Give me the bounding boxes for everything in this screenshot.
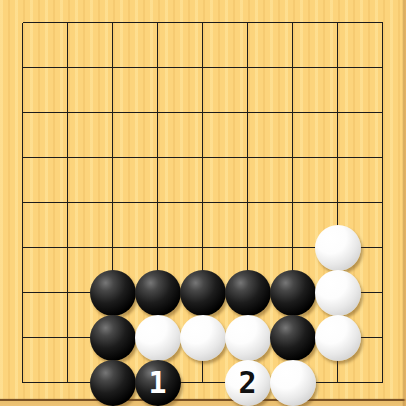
board-cell[interactable] xyxy=(135,135,180,180)
board-cell[interactable] xyxy=(135,270,180,315)
board-cell[interactable] xyxy=(90,0,135,45)
board-cell[interactable] xyxy=(180,90,225,135)
move-number-label: 2 xyxy=(238,368,256,398)
board-cell[interactable] xyxy=(135,180,180,225)
board-cell[interactable] xyxy=(360,315,405,360)
board-cell[interactable] xyxy=(180,0,225,45)
board-cell[interactable] xyxy=(45,315,90,360)
move-number-label: 1 xyxy=(148,368,166,398)
board-cell[interactable] xyxy=(0,270,45,315)
board-cell[interactable] xyxy=(45,0,90,45)
board-cell[interactable] xyxy=(180,45,225,90)
board-cell[interactable] xyxy=(270,360,315,405)
board-cell[interactable] xyxy=(315,270,360,315)
board-cell[interactable] xyxy=(45,45,90,90)
black-stone[interactable] xyxy=(135,270,181,316)
board-cell[interactable] xyxy=(180,180,225,225)
board-cell[interactable] xyxy=(45,360,90,405)
board-cell[interactable] xyxy=(45,225,90,270)
board-cell[interactable] xyxy=(315,225,360,270)
board-cell[interactable] xyxy=(180,135,225,180)
black-stone[interactable] xyxy=(270,270,316,316)
board-cell[interactable] xyxy=(315,135,360,180)
white-stone[interactable] xyxy=(270,360,316,406)
board-cell[interactable] xyxy=(0,45,45,90)
board-cell[interactable] xyxy=(360,135,405,180)
board-cell[interactable] xyxy=(90,45,135,90)
board-cell[interactable] xyxy=(225,0,270,45)
board-cell[interactable] xyxy=(315,0,360,45)
white-stone[interactable] xyxy=(225,315,271,361)
board-cell[interactable] xyxy=(90,90,135,135)
board-cell[interactable] xyxy=(270,0,315,45)
board-cell[interactable] xyxy=(360,360,405,405)
white-stone[interactable] xyxy=(180,315,226,361)
board-cell[interactable] xyxy=(315,90,360,135)
board-cell[interactable] xyxy=(45,180,90,225)
board-cell[interactable] xyxy=(180,360,225,405)
board-cell[interactable] xyxy=(135,0,180,45)
black-stone[interactable] xyxy=(90,270,136,316)
white-stone[interactable] xyxy=(315,315,361,361)
go-board-grid: 12 xyxy=(0,0,405,405)
board-cell[interactable] xyxy=(45,135,90,180)
board-cell[interactable] xyxy=(225,180,270,225)
board-cell[interactable] xyxy=(90,135,135,180)
white-stone[interactable] xyxy=(315,270,361,316)
board-cell[interactable] xyxy=(0,90,45,135)
board-cell[interactable] xyxy=(0,135,45,180)
board-cell[interactable] xyxy=(135,315,180,360)
board-cell[interactable] xyxy=(270,270,315,315)
board-cell[interactable] xyxy=(315,360,360,405)
board-cell[interactable] xyxy=(225,45,270,90)
board-cell[interactable] xyxy=(225,135,270,180)
board-cell[interactable] xyxy=(90,270,135,315)
board-cell[interactable] xyxy=(0,360,45,405)
black-stone[interactable] xyxy=(180,270,226,316)
board-cell[interactable] xyxy=(225,90,270,135)
black-stone[interactable]: 1 xyxy=(135,360,181,406)
board-cell[interactable] xyxy=(90,180,135,225)
board-cell[interactable] xyxy=(360,180,405,225)
board-cell[interactable] xyxy=(135,45,180,90)
board-cell[interactable] xyxy=(360,90,405,135)
board-cell[interactable] xyxy=(270,180,315,225)
white-stone[interactable] xyxy=(135,315,181,361)
board-cell[interactable] xyxy=(360,270,405,315)
black-stone[interactable] xyxy=(270,315,316,361)
white-stone[interactable] xyxy=(315,225,361,271)
board-cell[interactable] xyxy=(0,225,45,270)
black-stone[interactable] xyxy=(225,270,271,316)
board-cell[interactable] xyxy=(90,315,135,360)
board-cell[interactable] xyxy=(225,225,270,270)
board-cell[interactable] xyxy=(360,225,405,270)
board-cell[interactable] xyxy=(180,315,225,360)
board-cell[interactable] xyxy=(90,360,135,405)
board-cell[interactable] xyxy=(360,0,405,45)
board-cell[interactable] xyxy=(0,0,45,45)
board-cell[interactable] xyxy=(90,225,135,270)
black-stone[interactable] xyxy=(90,315,136,361)
board-cell[interactable] xyxy=(0,180,45,225)
go-board-diagram: 12 xyxy=(0,0,406,406)
white-stone[interactable]: 2 xyxy=(225,360,271,406)
board-cell[interactable] xyxy=(225,270,270,315)
board-cell[interactable] xyxy=(315,45,360,90)
board-cell[interactable] xyxy=(0,315,45,360)
board-cell[interactable] xyxy=(270,90,315,135)
board-cell[interactable] xyxy=(135,90,180,135)
board-cell[interactable] xyxy=(360,45,405,90)
board-cell[interactable] xyxy=(45,270,90,315)
board-cell[interactable]: 1 xyxy=(135,360,180,405)
board-cell[interactable] xyxy=(270,315,315,360)
board-cell[interactable] xyxy=(225,315,270,360)
board-cell[interactable] xyxy=(315,315,360,360)
board-cell[interactable]: 2 xyxy=(225,360,270,405)
board-cell[interactable] xyxy=(180,225,225,270)
board-cell[interactable] xyxy=(270,135,315,180)
board-cell[interactable] xyxy=(270,225,315,270)
board-cell[interactable] xyxy=(135,225,180,270)
board-cell[interactable] xyxy=(180,270,225,315)
board-cell[interactable] xyxy=(270,45,315,90)
black-stone[interactable] xyxy=(90,360,136,406)
board-cell[interactable] xyxy=(315,180,360,225)
board-cell[interactable] xyxy=(45,90,90,135)
